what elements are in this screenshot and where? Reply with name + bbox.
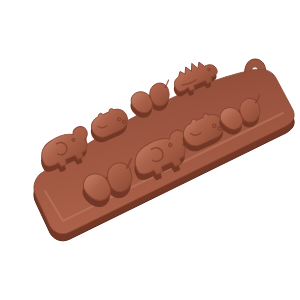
product-photo [0, 0, 300, 300]
chocolate-mold-image [0, 0, 300, 300]
